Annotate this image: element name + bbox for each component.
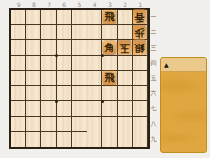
board-cell: [87, 86, 102, 101]
shogi-piece-gote[interactable]: 銀: [133, 41, 146, 55]
shogi-board: 飛香歩角玉銀飛: [9, 8, 150, 149]
board-cell: [87, 101, 102, 116]
board-cell: [57, 56, 72, 71]
rank-label: 五: [149, 71, 158, 86]
board-cell: [11, 71, 26, 86]
board-cell: 飛: [102, 71, 117, 86]
file-label: 5: [72, 1, 87, 8]
board-cell: [102, 86, 117, 101]
rank-label: 九: [149, 132, 158, 147]
board-cell: [87, 25, 102, 40]
board-cell: [102, 25, 117, 40]
board-cell: [57, 86, 72, 101]
file-labels: 987654321: [11, 1, 148, 8]
shogi-piece-sente[interactable]: 飛: [103, 10, 116, 24]
file-label: 4: [87, 1, 102, 8]
board-cell: 銀: [133, 40, 148, 55]
board-cell: [26, 101, 41, 116]
board-cell: [11, 86, 26, 101]
board-cell: [87, 56, 102, 71]
board-cell: [133, 132, 148, 147]
board-cell: 玉: [118, 40, 133, 55]
board-cell: [118, 71, 133, 86]
shogi-piece-gote[interactable]: 香: [133, 10, 146, 24]
shogi-piece-sente[interactable]: 飛: [103, 71, 116, 85]
board-cell: 角: [102, 40, 117, 55]
board-cell: [133, 56, 148, 71]
board-cell: [26, 10, 41, 25]
board-cell: [133, 101, 148, 116]
tsume-shogi-widget: 987654321 飛香歩角玉銀飛 一二三四五六七八九 ▲: [0, 0, 210, 158]
board-cell: [11, 25, 26, 40]
file-label: 3: [102, 1, 117, 8]
board-cell: [41, 40, 56, 55]
board-cell: [72, 71, 87, 86]
sente-komadai: ▲: [160, 57, 207, 153]
rank-label: 六: [149, 86, 158, 101]
board-cell: [57, 40, 72, 55]
board-cell: [72, 10, 87, 25]
board-cell: [133, 117, 148, 132]
shogi-piece-sente[interactable]: 角: [103, 41, 116, 55]
board-cell: [41, 101, 56, 116]
board-cell: [87, 71, 102, 86]
board-cell: [26, 25, 41, 40]
board-cell: [118, 132, 133, 147]
board-cell: [41, 56, 56, 71]
board-cell: [72, 25, 87, 40]
rank-label: 八: [149, 117, 158, 132]
board-cell: [26, 71, 41, 86]
board-cell: [11, 101, 26, 116]
board-cell: [133, 71, 148, 86]
rank-labels: 一二三四五六七八九: [149, 10, 158, 147]
board-cell: [57, 101, 72, 116]
board-cell: [72, 56, 87, 71]
board-cell: [72, 40, 87, 55]
file-label: 7: [41, 1, 56, 8]
board-cell: [26, 86, 41, 101]
star-point: [101, 54, 104, 57]
board-cell: [26, 40, 41, 55]
board-cell: [57, 25, 72, 40]
board-cell: [26, 132, 41, 147]
board-cell: [11, 117, 26, 132]
file-label: 1: [133, 1, 148, 8]
board-cell: [102, 56, 117, 71]
file-label: 9: [11, 1, 26, 8]
board-cell: [41, 10, 56, 25]
shogi-piece-gote[interactable]: 玉: [118, 41, 131, 55]
board-cell: [41, 25, 56, 40]
board-cell: [11, 132, 26, 147]
board-cell: 歩: [133, 25, 148, 40]
board-cell: [11, 40, 26, 55]
board-cell: [41, 71, 56, 86]
board-cell: [118, 25, 133, 40]
board-cell: [72, 117, 87, 132]
board-cell: [118, 117, 133, 132]
board-cell: [118, 101, 133, 116]
star-point: [55, 100, 58, 103]
file-label: 8: [26, 1, 41, 8]
file-label: 6: [57, 1, 72, 8]
star-point: [55, 54, 58, 57]
board-cell: [72, 101, 87, 116]
rank-label: 三: [149, 40, 158, 55]
board-cell: [118, 10, 133, 25]
board-cell: [72, 86, 87, 101]
board-cell: [102, 132, 117, 147]
board-cell: [41, 132, 56, 147]
board-cell: [102, 117, 117, 132]
board-cell: [87, 117, 102, 132]
board-cell: [72, 132, 87, 147]
board-cell: [118, 86, 133, 101]
board-cell: [57, 10, 72, 25]
board-cell: [57, 132, 72, 147]
board-cell: [118, 56, 133, 71]
rank-label: 一: [149, 10, 158, 25]
board-cell: [26, 117, 41, 132]
board-cell: [11, 56, 26, 71]
star-point: [101, 100, 104, 103]
rank-label: 七: [149, 101, 158, 116]
board-cell: [41, 86, 56, 101]
sente-turn-marker: ▲: [161, 58, 206, 72]
board-cell: [11, 10, 26, 25]
board-cell: [87, 40, 102, 55]
file-label: 2: [118, 1, 133, 8]
board-cell: [41, 117, 56, 132]
board-cell: 香: [133, 10, 148, 25]
board-cell: [26, 56, 41, 71]
rank-label: 四: [149, 56, 158, 71]
board-cell: 飛: [102, 10, 117, 25]
board-cell: [102, 101, 117, 116]
board-cell: [133, 86, 148, 101]
shogi-piece-gote[interactable]: 歩: [133, 26, 146, 40]
rank-label: 二: [149, 25, 158, 40]
board-cell: [87, 10, 102, 25]
board-cell: [87, 132, 102, 147]
board-cell: [57, 117, 72, 132]
board-cell: [57, 71, 72, 86]
